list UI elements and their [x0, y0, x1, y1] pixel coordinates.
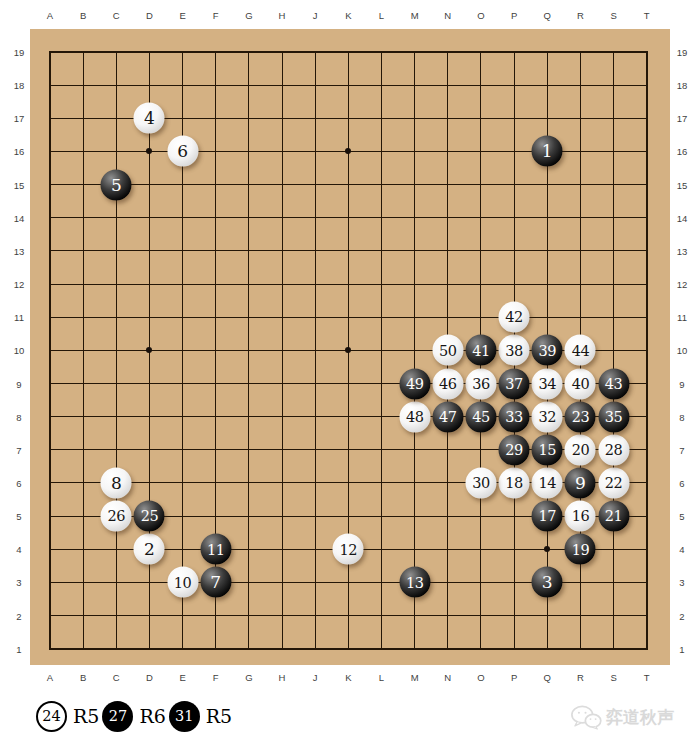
coord-bottom-M: M — [411, 672, 419, 683]
coord-left-11: 11 — [14, 312, 24, 323]
coord-left-19: 19 — [14, 47, 25, 58]
coord-right-11: 11 — [677, 312, 687, 323]
stone-Q8: 32 — [532, 401, 563, 432]
coord-left-16: 16 — [14, 146, 25, 157]
coord-right-14: 14 — [677, 212, 688, 223]
star-point-K16 — [345, 148, 351, 154]
coord-top-N: N — [444, 10, 451, 21]
coord-top-C: C — [113, 10, 120, 21]
coord-bottom-P: P — [511, 672, 517, 683]
coord-right-18: 18 — [677, 80, 688, 91]
stone-number: 26 — [108, 509, 125, 524]
stone-number: 46 — [439, 376, 456, 391]
grid-vline — [381, 51, 382, 650]
coord-right-1: 1 — [679, 643, 684, 654]
stone-number: 5 — [111, 176, 122, 193]
coord-bottom-D: D — [146, 672, 153, 683]
stone-number: 43 — [605, 376, 622, 391]
stone-number: 37 — [505, 376, 522, 391]
coord-top-S: S — [610, 10, 616, 21]
stone-R10: 44 — [565, 335, 596, 366]
coord-right-15: 15 — [677, 179, 688, 190]
coord-right-10: 10 — [677, 345, 688, 356]
coord-left-6: 6 — [16, 477, 21, 488]
stone-Q3: 3 — [532, 567, 563, 598]
stone-M8: 48 — [399, 401, 430, 432]
stone-number: 19 — [572, 542, 589, 557]
coord-right-19: 19 — [677, 47, 688, 58]
coord-bottom-R: R — [577, 672, 584, 683]
stone-Q9: 34 — [532, 368, 563, 399]
coord-bottom-H: H — [279, 672, 286, 683]
stone-Q7: 15 — [532, 434, 563, 465]
coord-top-D: D — [146, 10, 153, 21]
coord-left-2: 2 — [16, 610, 21, 621]
caption-point-31: R5 — [206, 705, 232, 727]
stone-C5: 26 — [101, 501, 132, 532]
coord-top-O: O — [477, 10, 484, 21]
coord-left-1: 1 — [16, 643, 21, 654]
stone-N10: 50 — [432, 335, 463, 366]
coord-left-14: 14 — [14, 212, 25, 223]
stone-D4: 2 — [134, 534, 165, 565]
stone-number: 36 — [472, 376, 489, 391]
stone-P7: 29 — [499, 434, 530, 465]
coord-top-J: J — [313, 10, 318, 21]
stone-number: 1 — [542, 143, 553, 160]
stone-number: 9 — [575, 474, 586, 491]
coord-right-9: 9 — [679, 378, 684, 389]
stone-number: 3 — [542, 574, 553, 591]
watermark-text: 弈道秋声 — [606, 706, 674, 729]
grid-vline — [414, 51, 415, 650]
coord-top-M: M — [411, 10, 419, 21]
stone-K4: 12 — [333, 534, 364, 565]
stone-number: 13 — [406, 575, 423, 590]
stone-S5: 21 — [598, 501, 629, 532]
stone-M9: 49 — [399, 368, 430, 399]
stone-number: 28 — [605, 443, 622, 458]
stone-number: 33 — [505, 409, 522, 424]
coord-right-17: 17 — [677, 113, 688, 124]
stone-number: 18 — [505, 476, 522, 491]
coord-right-2: 2 — [679, 610, 684, 621]
stone-number: 29 — [505, 443, 522, 458]
coord-top-G: G — [245, 10, 252, 21]
star-point-D10 — [146, 347, 152, 353]
coord-right-12: 12 — [677, 279, 688, 290]
stone-number: 47 — [439, 409, 456, 424]
coord-left-10: 10 — [14, 345, 25, 356]
stone-number: 30 — [472, 476, 489, 491]
stone-Q6: 14 — [532, 467, 563, 498]
stone-number: 49 — [406, 376, 423, 391]
stone-number: 15 — [539, 443, 556, 458]
caption-entry-3: 31 R5 — [169, 701, 232, 732]
stone-Q5: 17 — [532, 501, 563, 532]
coord-right-4: 4 — [679, 544, 684, 555]
coord-top-A: A — [47, 10, 53, 21]
stone-O10: 41 — [465, 335, 496, 366]
coord-left-15: 15 — [14, 179, 25, 190]
coord-bottom-B: B — [80, 672, 86, 683]
stone-number: 10 — [174, 575, 191, 590]
coord-right-16: 16 — [677, 146, 688, 157]
coord-bottom-C: C — [113, 672, 120, 683]
coord-left-3: 3 — [16, 577, 21, 588]
stone-number: 34 — [539, 376, 556, 391]
grid-hline — [49, 615, 648, 616]
stone-P10: 38 — [499, 335, 530, 366]
coord-left-13: 13 — [14, 245, 25, 256]
move-caption: 24 R5 27 R6 31 R5 — [36, 700, 235, 732]
coord-right-6: 6 — [679, 477, 684, 488]
stone-R9: 40 — [565, 368, 596, 399]
caption-point-27: R6 — [139, 705, 165, 727]
stone-number: 21 — [605, 509, 622, 524]
coord-bottom-K: K — [345, 672, 351, 683]
coord-bottom-A: A — [47, 672, 53, 683]
stone-number: 45 — [472, 409, 489, 424]
coord-bottom-G: G — [245, 672, 252, 683]
stone-number: 23 — [572, 409, 589, 424]
caption-stone-24: 24 — [36, 701, 67, 732]
caption-stone-27: 27 — [102, 701, 133, 732]
coord-bottom-E: E — [179, 672, 185, 683]
stone-number: 4 — [144, 110, 155, 127]
grid-hline — [49, 648, 648, 650]
caption-entry-1: 24 R5 — [36, 701, 99, 732]
wechat-icon — [570, 704, 602, 730]
watermark: 弈道秋声 — [570, 704, 674, 730]
coord-right-5: 5 — [679, 511, 684, 522]
stone-P9: 37 — [499, 368, 530, 399]
coord-top-R: R — [577, 10, 584, 21]
stone-E3: 10 — [167, 567, 198, 598]
coord-top-K: K — [345, 10, 351, 21]
coord-right-13: 13 — [677, 245, 688, 256]
coord-right-8: 8 — [679, 411, 684, 422]
stone-number: 6 — [177, 143, 188, 160]
stone-number: 20 — [572, 443, 589, 458]
stone-O6: 30 — [465, 467, 496, 498]
stone-number: 48 — [406, 409, 423, 424]
coord-top-H: H — [279, 10, 286, 21]
stone-D17: 4 — [134, 103, 165, 134]
stone-O9: 36 — [465, 368, 496, 399]
stone-number: 11 — [207, 542, 224, 557]
stone-number: 39 — [539, 343, 556, 358]
stone-number: 2 — [144, 541, 155, 558]
stone-number: 17 — [539, 509, 556, 524]
star-point-Q4 — [544, 546, 550, 552]
stone-Q16: 1 — [532, 136, 563, 167]
coord-bottom-Q: Q — [544, 672, 551, 683]
coord-left-4: 4 — [16, 544, 21, 555]
coord-bottom-L: L — [379, 672, 384, 683]
stone-number: 12 — [340, 542, 357, 557]
stone-S6: 22 — [598, 467, 629, 498]
grid-vline — [646, 51, 648, 650]
stone-number: 50 — [439, 343, 456, 358]
stone-P6: 18 — [499, 467, 530, 498]
coord-left-7: 7 — [16, 444, 21, 455]
coord-left-8: 8 — [16, 411, 21, 422]
stone-S9: 43 — [598, 368, 629, 399]
stone-number: 35 — [605, 409, 622, 424]
stone-number: 38 — [505, 343, 522, 358]
stone-R8: 23 — [565, 401, 596, 432]
stone-C15: 5 — [101, 169, 132, 200]
stone-number: 40 — [572, 376, 589, 391]
go-game-diagram: AABBCCDDEEFFGGHHJJKKLLMMNNOOPPQQRRSSTT19… — [0, 0, 700, 749]
stone-N9: 46 — [432, 368, 463, 399]
stone-number: 7 — [210, 574, 221, 591]
caption-stone-31: 31 — [169, 701, 200, 732]
coord-left-9: 9 — [16, 378, 21, 389]
stone-C6: 8 — [101, 467, 132, 498]
stone-R7: 20 — [565, 434, 596, 465]
grid-vline — [613, 51, 614, 650]
coord-bottom-F: F — [213, 672, 219, 683]
star-point-K10 — [345, 347, 351, 353]
stone-E16: 6 — [167, 136, 198, 167]
coord-bottom-O: O — [477, 672, 484, 683]
coord-left-12: 12 — [14, 279, 25, 290]
stone-N8: 47 — [432, 401, 463, 432]
stone-S8: 35 — [598, 401, 629, 432]
coord-right-7: 7 — [679, 444, 684, 455]
stone-number: 16 — [572, 509, 589, 524]
coord-top-F: F — [213, 10, 219, 21]
coord-top-T: T — [644, 10, 650, 21]
coord-top-P: P — [511, 10, 517, 21]
stone-R5: 16 — [565, 501, 596, 532]
coord-left-5: 5 — [16, 511, 21, 522]
stone-number: 22 — [605, 476, 622, 491]
coord-top-E: E — [179, 10, 185, 21]
stone-number: 44 — [572, 343, 589, 358]
stone-P11: 42 — [499, 302, 530, 333]
stone-number: 32 — [539, 409, 556, 424]
coord-bottom-J: J — [313, 672, 318, 683]
stone-F4: 11 — [200, 534, 231, 565]
coord-top-Q: Q — [544, 10, 551, 21]
coord-bottom-N: N — [444, 672, 451, 683]
stone-R6: 9 — [565, 467, 596, 498]
stone-number: 14 — [539, 476, 556, 491]
stone-Q10: 39 — [532, 335, 563, 366]
coord-right-3: 3 — [679, 577, 684, 588]
coord-bottom-S: S — [610, 672, 616, 683]
coord-top-B: B — [80, 10, 86, 21]
stone-O8: 45 — [465, 401, 496, 432]
stone-number: 8 — [111, 474, 122, 491]
stone-P8: 33 — [499, 401, 530, 432]
coord-bottom-T: T — [644, 672, 650, 683]
stone-R4: 19 — [565, 534, 596, 565]
coord-top-L: L — [379, 10, 384, 21]
stone-M3: 13 — [399, 567, 430, 598]
board-layer: AABBCCDDEEFFGGHHJJKKLLMMNNOOPPQQRRSSTT19… — [0, 0, 700, 749]
star-point-D16 — [146, 148, 152, 154]
stone-F3: 7 — [200, 567, 231, 598]
caption-point-24: R5 — [73, 705, 99, 727]
stone-number: 41 — [472, 343, 489, 358]
caption-entry-2: 27 R6 — [102, 701, 165, 732]
stone-number: 25 — [141, 509, 158, 524]
coord-left-17: 17 — [14, 113, 25, 124]
coord-left-18: 18 — [14, 80, 25, 91]
stone-number: 42 — [505, 310, 522, 325]
stone-S7: 28 — [598, 434, 629, 465]
stone-D5: 25 — [134, 501, 165, 532]
